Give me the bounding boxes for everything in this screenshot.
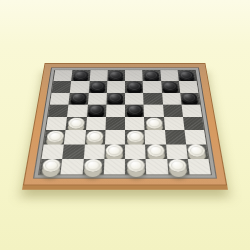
square-r1c1[interactable]	[53, 70, 72, 81]
square-r2c4[interactable]	[107, 81, 125, 92]
black-man-piece[interactable]: ⛂	[90, 81, 106, 90]
square-r5c6[interactable]: ⛀	[144, 117, 164, 130]
square-r7c1[interactable]	[42, 144, 65, 159]
square-r3c6[interactable]	[143, 92, 162, 104]
square-r8c3[interactable]: ⛀	[82, 159, 104, 175]
square-r2c5[interactable]: ⛂	[125, 81, 143, 92]
square-r8c6[interactable]	[146, 159, 168, 175]
square-r3c2[interactable]: ⛂	[69, 92, 89, 104]
square-r8c4[interactable]	[104, 159, 125, 175]
square-r4c5[interactable]: ⛂	[125, 104, 144, 117]
square-r7c5[interactable]	[125, 144, 146, 159]
square-r7c3[interactable]	[83, 144, 104, 159]
square-r3c3[interactable]	[87, 92, 106, 104]
white-man-piece[interactable]: ⛀	[127, 159, 145, 172]
square-r4c1[interactable]	[48, 104, 69, 117]
white-man-piece[interactable]: ⛀	[84, 159, 102, 172]
white-man-piece[interactable]: ⛀	[147, 145, 165, 157]
square-r4c2[interactable]	[67, 104, 87, 117]
square-r2c2[interactable]	[70, 81, 89, 92]
square-r6c5[interactable]: ⛀	[125, 130, 145, 144]
white-man-piece[interactable]: ⛀	[106, 145, 123, 157]
square-r1c5[interactable]	[125, 70, 143, 81]
black-man-piece[interactable]: ⛂	[108, 93, 124, 103]
square-r8c7[interactable]: ⛀	[167, 159, 190, 175]
square-r4c8[interactable]	[181, 104, 202, 117]
square-r6c1[interactable]: ⛀	[44, 130, 66, 144]
white-man-piece[interactable]: ⛀	[86, 131, 103, 143]
square-r5c5[interactable]	[125, 117, 145, 130]
square-r5c7[interactable]	[164, 117, 185, 130]
square-r8c1[interactable]: ⛀	[39, 159, 62, 175]
square-r1c8[interactable]: ⛂	[177, 70, 196, 81]
square-r7c8[interactable]: ⛀	[186, 144, 209, 159]
square-r6c4[interactable]	[105, 130, 125, 144]
black-man-piece[interactable]: ⛂	[182, 93, 199, 103]
square-r4c7[interactable]	[163, 104, 183, 117]
white-man-piece[interactable]: ⛀	[168, 159, 187, 172]
square-r2c8[interactable]	[179, 81, 199, 92]
square-r2c1[interactable]	[52, 81, 72, 92]
square-r2c7[interactable]: ⛂	[161, 81, 180, 92]
white-man-piece[interactable]: ⛀	[188, 145, 207, 157]
checkers-board: ⛂⛂⛂⛂⛂⛂⛂⛂⛂⛂⛂⛂⛀⛀⛀⛀⛀⛀⛀⛀⛀⛀⛀⛀	[23, 63, 227, 185]
square-r5c1[interactable]	[46, 117, 67, 130]
square-r1c7[interactable]	[160, 70, 179, 81]
silver-border: ⛂⛂⛂⛂⛂⛂⛂⛂⛂⛂⛂⛂⛀⛀⛀⛀⛀⛀⛀⛀⛀⛀⛀⛀	[33, 68, 217, 179]
square-r8c5[interactable]: ⛀	[125, 159, 146, 175]
square-r3c8[interactable]: ⛂	[180, 92, 200, 104]
black-man-piece[interactable]: ⛂	[179, 71, 195, 80]
square-r4c3[interactable]: ⛂	[87, 104, 107, 117]
white-man-piece[interactable]: ⛀	[127, 131, 144, 143]
square-r5c4[interactable]	[105, 117, 125, 130]
square-r5c8[interactable]	[183, 117, 204, 130]
square-r5c3[interactable]	[85, 117, 105, 130]
board-squares-grid: ⛂⛂⛂⛂⛂⛂⛂⛂⛂⛂⛂⛂⛀⛀⛀⛀⛀⛀⛀⛀⛀⛀⛀⛀	[38, 70, 212, 176]
white-man-piece[interactable]: ⛀	[41, 159, 60, 172]
square-r2c3[interactable]: ⛂	[88, 81, 107, 92]
square-r5c2[interactable]: ⛀	[66, 117, 87, 130]
square-r6c2[interactable]	[64, 130, 85, 144]
square-r7c2[interactable]	[62, 144, 84, 159]
square-r7c4[interactable]: ⛀	[104, 144, 125, 159]
black-man-piece[interactable]: ⛂	[127, 105, 143, 115]
photo-background: ⛂⛂⛂⛂⛂⛂⛂⛂⛂⛂⛂⛂⛀⛀⛀⛀⛀⛀⛀⛀⛀⛀⛀⛀	[0, 0, 250, 250]
black-man-piece[interactable]: ⛂	[70, 93, 86, 103]
white-man-piece[interactable]: ⛀	[46, 131, 64, 143]
square-r2c6[interactable]	[143, 81, 162, 92]
black-man-piece[interactable]: ⛂	[73, 71, 89, 80]
wood-frame: ⛂⛂⛂⛂⛂⛂⛂⛂⛂⛂⛂⛂⛀⛀⛀⛀⛀⛀⛀⛀⛀⛀⛀⛀	[23, 63, 227, 185]
square-r8c8[interactable]	[188, 159, 211, 175]
square-r6c7[interactable]	[165, 130, 186, 144]
square-r1c3[interactable]	[89, 70, 107, 81]
black-man-piece[interactable]: ⛂	[144, 71, 159, 80]
black-man-piece[interactable]: ⛂	[127, 81, 142, 90]
black-man-piece[interactable]: ⛂	[162, 81, 178, 90]
square-r3c1[interactable]	[50, 92, 70, 104]
black-man-piece[interactable]: ⛂	[88, 105, 104, 115]
square-r3c4[interactable]: ⛂	[106, 92, 125, 104]
square-r7c6[interactable]: ⛀	[145, 144, 166, 159]
square-r3c5[interactable]	[125, 92, 144, 104]
square-r6c6[interactable]	[145, 130, 166, 144]
square-r1c6[interactable]: ⛂	[142, 70, 160, 81]
square-r6c8[interactable]	[184, 130, 206, 144]
white-man-piece[interactable]: ⛀	[68, 117, 85, 128]
square-r4c4[interactable]	[106, 104, 125, 117]
square-r3c7[interactable]	[162, 92, 182, 104]
square-r4c6[interactable]	[144, 104, 164, 117]
square-r8c2[interactable]	[61, 159, 84, 175]
square-r1c4[interactable]: ⛂	[107, 70, 125, 81]
black-man-piece[interactable]: ⛂	[109, 71, 124, 80]
white-man-piece[interactable]: ⛀	[146, 117, 163, 128]
square-r1c2[interactable]: ⛂	[71, 70, 90, 81]
square-r7c7[interactable]	[166, 144, 188, 159]
square-r6c3[interactable]: ⛀	[84, 130, 105, 144]
